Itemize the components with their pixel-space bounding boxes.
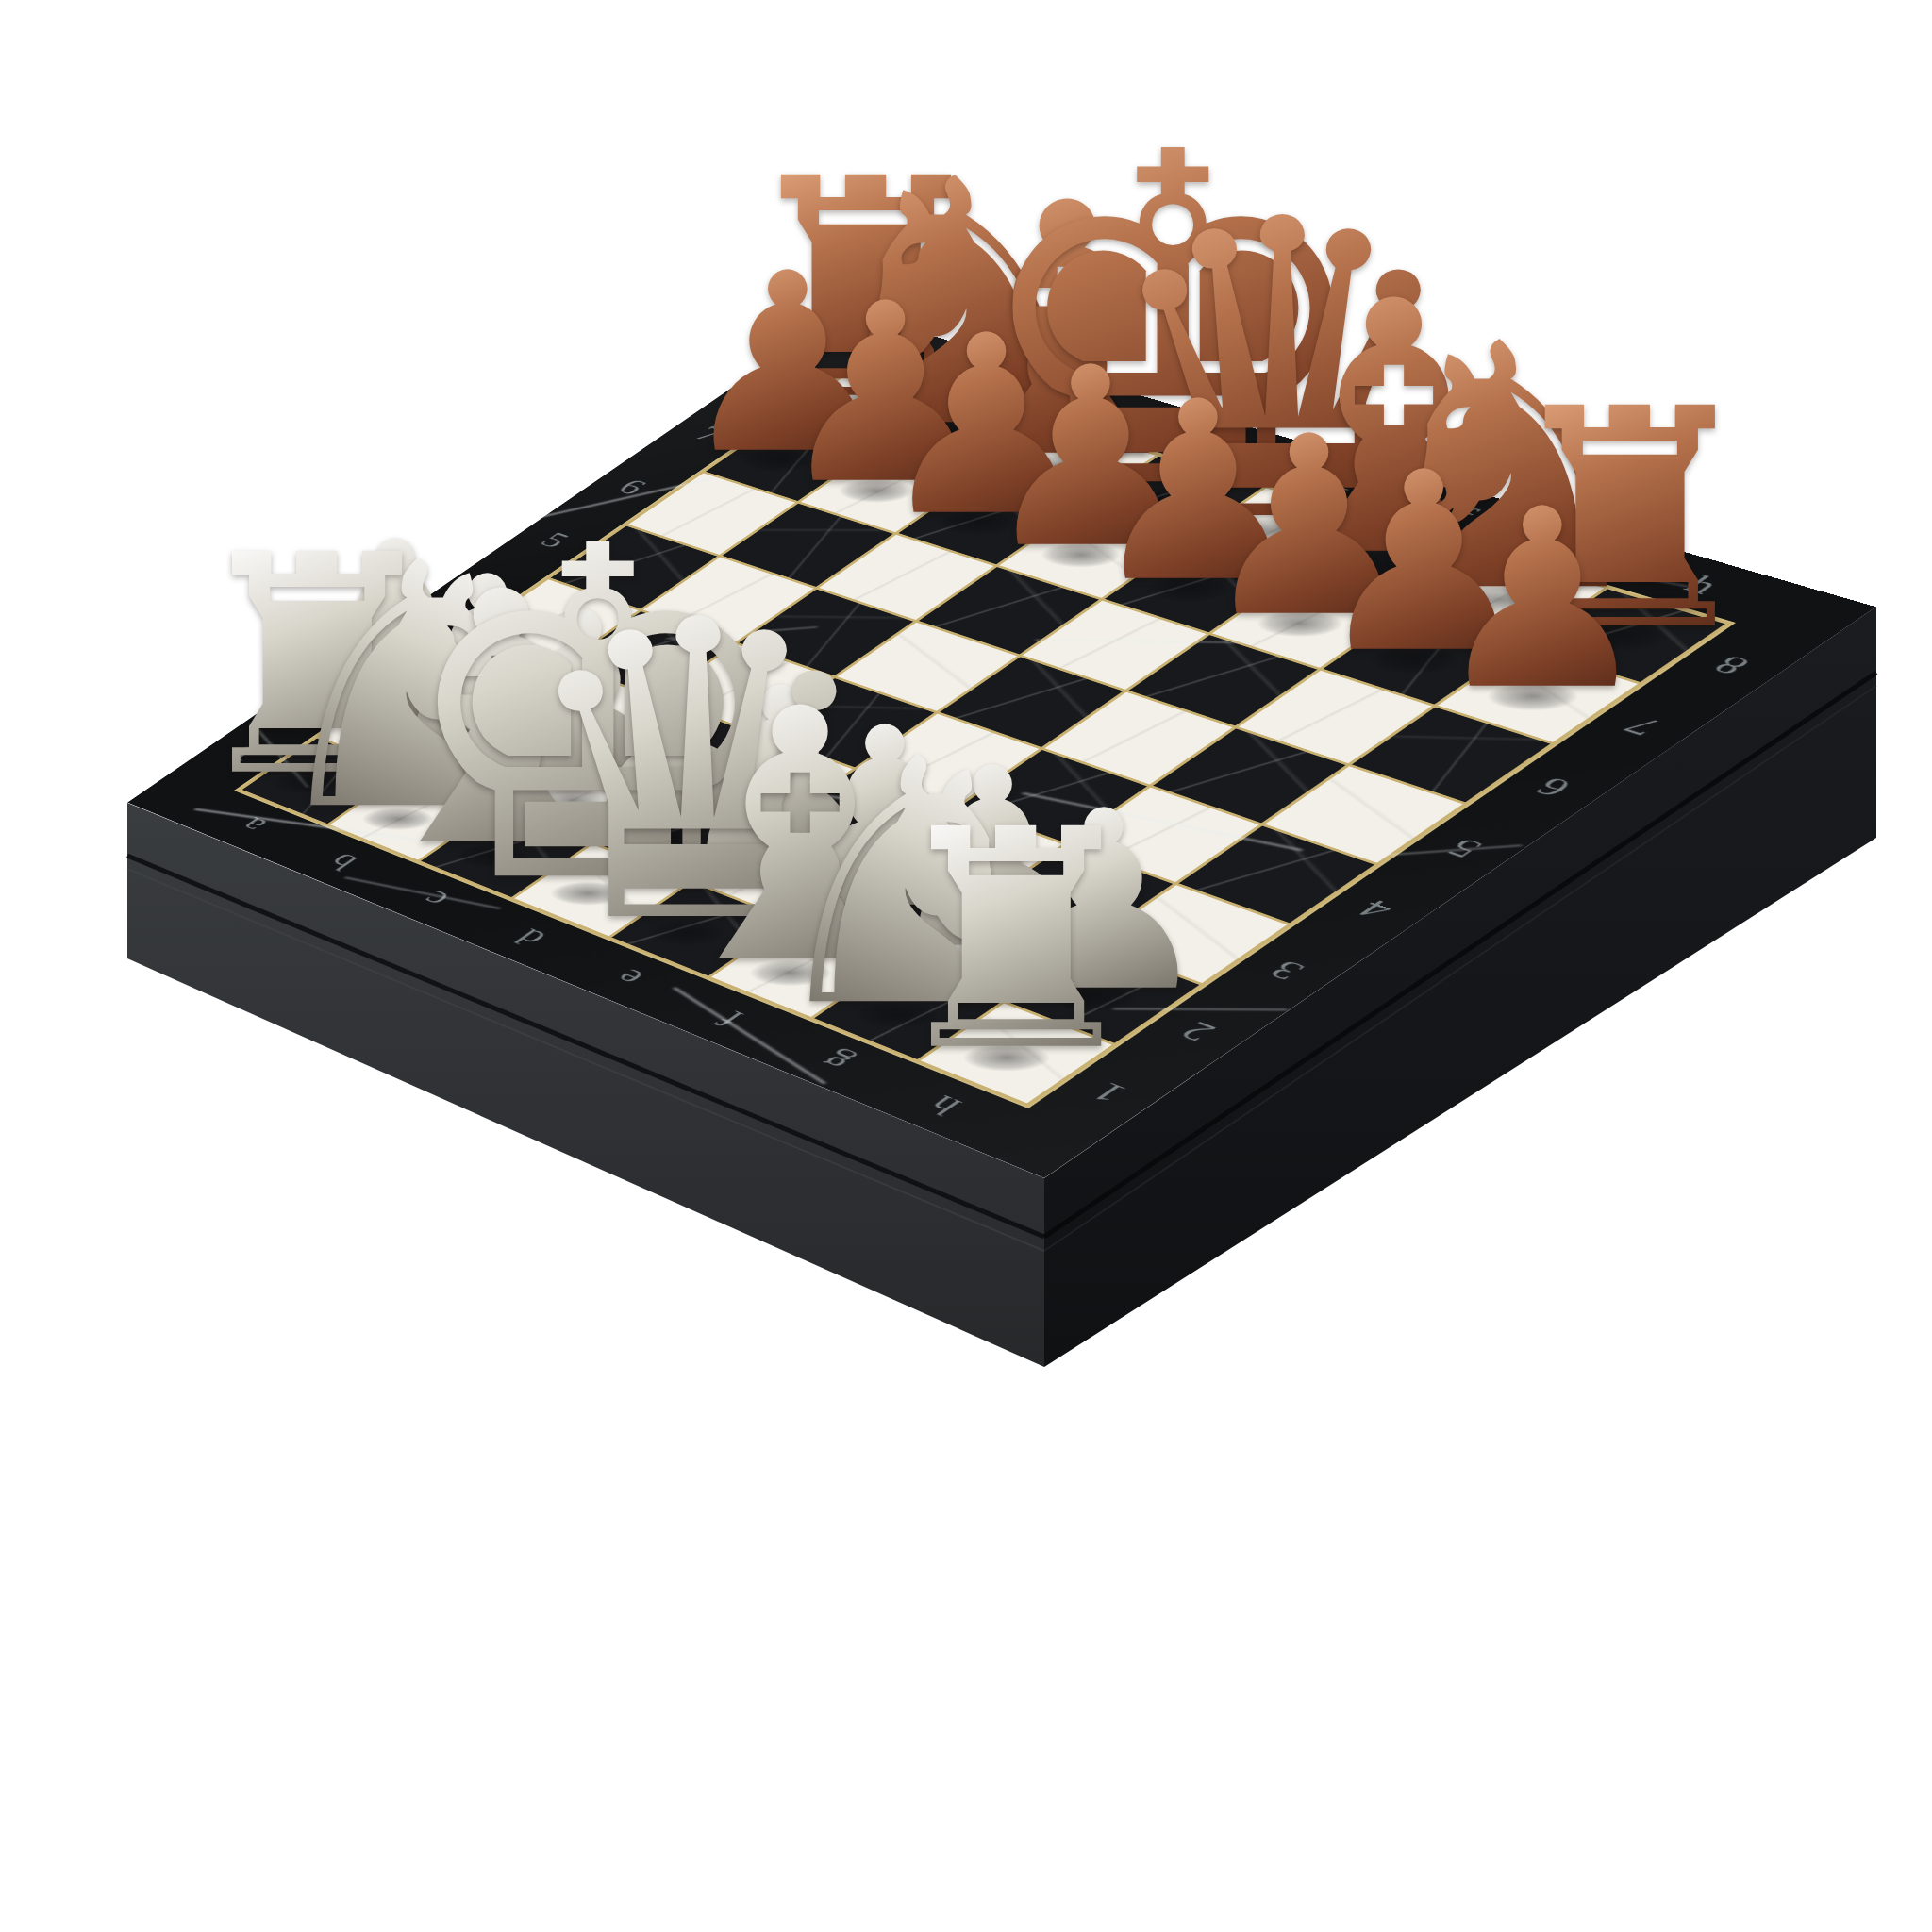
rank-label-4-right: 4 bbox=[1330, 887, 1422, 932]
piece-black-pawn-h7[interactable]: ♟ bbox=[1432, 477, 1654, 724]
piece-white-rook-h1[interactable]: ♜ bbox=[881, 791, 1152, 1092]
chess-set-photo: aabbccddeeffgghh1122334455667788 ♜♞♝♚♛♝♞… bbox=[0, 0, 1932, 1932]
rank-label-3-right: 3 bbox=[1241, 947, 1332, 993]
rank-label-6-right: 6 bbox=[1507, 765, 1601, 809]
